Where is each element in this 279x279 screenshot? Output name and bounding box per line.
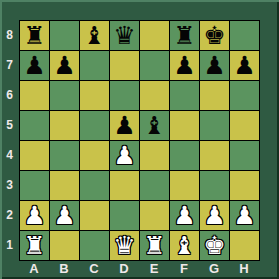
piece-black-pawn[interactable]: ♟ (203, 51, 225, 80)
chess-board[interactable]: ♜♝♛♜♚♟♟♟♟♟♟♝♟♟♟♟♟♟♜♛♜♝♚ (19, 20, 260, 261)
square-f1[interactable]: ♝ (170, 231, 199, 260)
square-g7[interactable]: ♟ (200, 51, 229, 80)
rank-label-7: 7 (0, 50, 19, 80)
rank-label-3: 3 (0, 170, 19, 200)
square-d5[interactable]: ♟ (110, 111, 139, 140)
square-b6[interactable] (50, 81, 79, 110)
rank-label-2: 2 (0, 200, 19, 230)
square-a1[interactable]: ♜ (20, 231, 49, 260)
file-label-b: B (49, 261, 79, 277)
square-a8[interactable]: ♜ (20, 21, 49, 50)
file-label-f: F (169, 261, 199, 277)
piece-white-rook[interactable]: ♜ (143, 231, 165, 260)
square-h8[interactable] (230, 21, 259, 50)
file-label-c: C (79, 261, 109, 277)
square-e8[interactable] (140, 21, 169, 50)
square-f4[interactable] (170, 141, 199, 170)
square-c8[interactable]: ♝ (80, 21, 109, 50)
square-d1[interactable]: ♛ (110, 231, 139, 260)
square-f8[interactable]: ♜ (170, 21, 199, 50)
square-f2[interactable]: ♟ (170, 201, 199, 230)
piece-black-queen[interactable]: ♛ (113, 21, 135, 50)
file-label-a: A (19, 261, 49, 277)
square-d7[interactable] (110, 51, 139, 80)
piece-black-bishop[interactable]: ♝ (143, 111, 165, 140)
rank-label-6: 6 (0, 80, 19, 110)
square-f6[interactable] (170, 81, 199, 110)
file-label-g: G (199, 261, 229, 277)
square-b1[interactable] (50, 231, 79, 260)
square-b2[interactable]: ♟ (50, 201, 79, 230)
square-d4[interactable]: ♟ (110, 141, 139, 170)
piece-black-pawn[interactable]: ♟ (113, 111, 135, 140)
piece-black-king[interactable]: ♚ (203, 21, 225, 50)
square-c1[interactable] (80, 231, 109, 260)
piece-black-rook[interactable]: ♜ (173, 21, 195, 50)
square-f3[interactable] (170, 171, 199, 200)
square-f7[interactable]: ♟ (170, 51, 199, 80)
square-a3[interactable] (20, 171, 49, 200)
square-h6[interactable] (230, 81, 259, 110)
piece-white-bishop[interactable]: ♝ (173, 231, 195, 260)
square-h5[interactable] (230, 111, 259, 140)
square-e7[interactable] (140, 51, 169, 80)
piece-black-pawn[interactable]: ♟ (233, 51, 255, 80)
square-c6[interactable] (80, 81, 109, 110)
piece-white-rook[interactable]: ♜ (23, 231, 45, 260)
piece-white-king[interactable]: ♚ (203, 231, 225, 260)
square-c2[interactable] (80, 201, 109, 230)
square-h4[interactable] (230, 141, 259, 170)
square-e3[interactable] (140, 171, 169, 200)
rank-label-1: 1 (0, 230, 19, 260)
square-a4[interactable] (20, 141, 49, 170)
chess-board-frame: 87654321 ♜♝♛♜♚♟♟♟♟♟♟♝♟♟♟♟♟♟♜♛♜♝♚ ABCDEFG… (0, 0, 279, 279)
piece-black-bishop[interactable]: ♝ (83, 21, 105, 50)
square-d8[interactable]: ♛ (110, 21, 139, 50)
square-b3[interactable] (50, 171, 79, 200)
rank-label-5: 5 (0, 110, 19, 140)
piece-black-rook[interactable]: ♜ (23, 21, 45, 50)
file-label-h: H (229, 261, 259, 277)
piece-black-pawn[interactable]: ♟ (23, 51, 45, 80)
piece-black-pawn[interactable]: ♟ (173, 51, 195, 80)
piece-white-pawn[interactable]: ♟ (113, 141, 135, 170)
square-e1[interactable]: ♜ (140, 231, 169, 260)
square-b4[interactable] (50, 141, 79, 170)
piece-white-pawn[interactable]: ♟ (173, 201, 195, 230)
file-label-e: E (139, 261, 169, 277)
square-b7[interactable]: ♟ (50, 51, 79, 80)
square-a6[interactable] (20, 81, 49, 110)
square-d3[interactable] (110, 171, 139, 200)
square-b8[interactable] (50, 21, 79, 50)
square-g3[interactable] (200, 171, 229, 200)
square-a2[interactable]: ♟ (20, 201, 49, 230)
square-h2[interactable]: ♟ (230, 201, 259, 230)
square-b5[interactable] (50, 111, 79, 140)
square-e4[interactable] (140, 141, 169, 170)
rank-label-8: 8 (0, 20, 19, 50)
square-c5[interactable] (80, 111, 109, 140)
square-d2[interactable] (110, 201, 139, 230)
square-c3[interactable] (80, 171, 109, 200)
square-a5[interactable] (20, 111, 49, 140)
rank-labels: 87654321 (0, 20, 19, 260)
file-labels: ABCDEFGH (19, 261, 260, 277)
square-c4[interactable] (80, 141, 109, 170)
square-f5[interactable] (170, 111, 199, 140)
rank-label-4: 4 (0, 140, 19, 170)
piece-black-pawn[interactable]: ♟ (53, 51, 75, 80)
square-e6[interactable] (140, 81, 169, 110)
square-h3[interactable] (230, 171, 259, 200)
square-e2[interactable] (140, 201, 169, 230)
square-c7[interactable] (80, 51, 109, 80)
square-g2[interactable]: ♟ (200, 201, 229, 230)
piece-white-queen[interactable]: ♛ (113, 231, 135, 260)
square-h1[interactable] (230, 231, 259, 260)
square-h7[interactable]: ♟ (230, 51, 259, 80)
square-d6[interactable] (110, 81, 139, 110)
piece-white-pawn[interactable]: ♟ (23, 201, 45, 230)
square-g5[interactable] (200, 111, 229, 140)
square-g1[interactable]: ♚ (200, 231, 229, 260)
piece-white-pawn[interactable]: ♟ (233, 201, 255, 230)
square-g4[interactable] (200, 141, 229, 170)
square-g8[interactable]: ♚ (200, 21, 229, 50)
square-e5[interactable]: ♝ (140, 111, 169, 140)
square-g6[interactable] (200, 81, 229, 110)
file-label-d: D (109, 261, 139, 277)
square-a7[interactable]: ♟ (20, 51, 49, 80)
piece-white-pawn[interactable]: ♟ (203, 201, 225, 230)
piece-white-pawn[interactable]: ♟ (53, 201, 75, 230)
